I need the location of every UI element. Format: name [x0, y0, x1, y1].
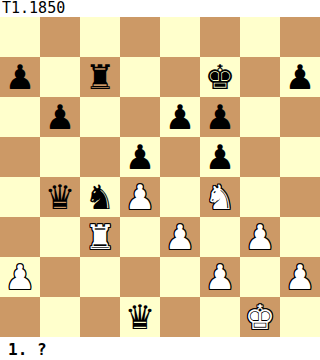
- piece-black-king[interactable]: ♚: [205, 57, 235, 97]
- piece-black-pawn[interactable]: ♟: [125, 137, 155, 177]
- square-f2[interactable]: ♟: [200, 257, 240, 297]
- square-h3[interactable]: [280, 217, 320, 257]
- square-b7[interactable]: [40, 57, 80, 97]
- piece-black-knight[interactable]: ♞: [85, 177, 115, 217]
- square-h1[interactable]: [280, 297, 320, 337]
- piece-white-rook[interactable]: ♜: [85, 217, 115, 257]
- square-b3[interactable]: [40, 217, 80, 257]
- square-d1[interactable]: ♛: [120, 297, 160, 337]
- square-h6[interactable]: [280, 97, 320, 137]
- square-f8[interactable]: [200, 17, 240, 57]
- square-g6[interactable]: [240, 97, 280, 137]
- piece-white-pawn[interactable]: ♟: [285, 257, 315, 297]
- piece-black-pawn[interactable]: ♟: [285, 57, 315, 97]
- square-h7[interactable]: ♟: [280, 57, 320, 97]
- square-g1[interactable]: ♚: [240, 297, 280, 337]
- square-h2[interactable]: ♟: [280, 257, 320, 297]
- square-e8[interactable]: [160, 17, 200, 57]
- square-d4[interactable]: ♟: [120, 177, 160, 217]
- square-d3[interactable]: [120, 217, 160, 257]
- piece-white-pawn[interactable]: ♟: [165, 217, 195, 257]
- piece-black-pawn[interactable]: ♟: [205, 137, 235, 177]
- square-c1[interactable]: [80, 297, 120, 337]
- square-d6[interactable]: [120, 97, 160, 137]
- square-h8[interactable]: [280, 17, 320, 57]
- square-d7[interactable]: [120, 57, 160, 97]
- square-a2[interactable]: ♟: [0, 257, 40, 297]
- square-d8[interactable]: [120, 17, 160, 57]
- square-e5[interactable]: [160, 137, 200, 177]
- chess-board: ♟♜♚♟♟♟♟♟♟♛♞♟♞♜♟♟♟♟♟♛♚: [0, 17, 320, 337]
- square-b1[interactable]: [40, 297, 80, 337]
- square-a3[interactable]: [0, 217, 40, 257]
- square-e1[interactable]: [160, 297, 200, 337]
- square-h4[interactable]: [280, 177, 320, 217]
- piece-black-queen[interactable]: ♛: [45, 177, 75, 217]
- square-a1[interactable]: [0, 297, 40, 337]
- square-g2[interactable]: [240, 257, 280, 297]
- square-h5[interactable]: [280, 137, 320, 177]
- square-f4[interactable]: ♞: [200, 177, 240, 217]
- square-a6[interactable]: [0, 97, 40, 137]
- piece-white-pawn[interactable]: ♟: [5, 257, 35, 297]
- square-f3[interactable]: [200, 217, 240, 257]
- piece-black-pawn[interactable]: ♟: [165, 97, 195, 137]
- square-e4[interactable]: [160, 177, 200, 217]
- square-g8[interactable]: [240, 17, 280, 57]
- piece-black-pawn[interactable]: ♟: [205, 97, 235, 137]
- square-c4[interactable]: ♞: [80, 177, 120, 217]
- square-f1[interactable]: [200, 297, 240, 337]
- square-d5[interactable]: ♟: [120, 137, 160, 177]
- square-e3[interactable]: ♟: [160, 217, 200, 257]
- square-a4[interactable]: [0, 177, 40, 217]
- puzzle-page: T1.1850 ♟♜♚♟♟♟♟♟♟♛♞♟♞♜♟♟♟♟♟♛♚ 1. ?: [0, 0, 320, 360]
- piece-white-knight[interactable]: ♞: [205, 177, 235, 217]
- square-c3[interactable]: ♜: [80, 217, 120, 257]
- square-g3[interactable]: ♟: [240, 217, 280, 257]
- square-b6[interactable]: ♟: [40, 97, 80, 137]
- piece-black-rook[interactable]: ♜: [85, 57, 115, 97]
- square-b5[interactable]: [40, 137, 80, 177]
- square-a5[interactable]: [0, 137, 40, 177]
- piece-white-pawn[interactable]: ♟: [245, 217, 275, 257]
- square-c7[interactable]: ♜: [80, 57, 120, 97]
- square-b8[interactable]: [40, 17, 80, 57]
- square-f6[interactable]: ♟: [200, 97, 240, 137]
- move-prompt-label: 1. ?: [0, 337, 320, 360]
- square-e2[interactable]: [160, 257, 200, 297]
- piece-white-king[interactable]: ♚: [245, 297, 275, 337]
- square-e7[interactable]: [160, 57, 200, 97]
- square-b4[interactable]: ♛: [40, 177, 80, 217]
- piece-white-pawn[interactable]: ♟: [205, 257, 235, 297]
- square-c5[interactable]: [80, 137, 120, 177]
- square-d2[interactable]: [120, 257, 160, 297]
- square-c2[interactable]: [80, 257, 120, 297]
- square-g5[interactable]: [240, 137, 280, 177]
- square-g7[interactable]: [240, 57, 280, 97]
- square-e6[interactable]: ♟: [160, 97, 200, 137]
- piece-black-pawn[interactable]: ♟: [45, 97, 75, 137]
- piece-black-pawn[interactable]: ♟: [5, 57, 35, 97]
- square-a8[interactable]: [0, 17, 40, 57]
- square-f7[interactable]: ♚: [200, 57, 240, 97]
- puzzle-id-label: T1.1850: [0, 0, 320, 17]
- square-c6[interactable]: [80, 97, 120, 137]
- square-g4[interactable]: [240, 177, 280, 217]
- square-c8[interactable]: [80, 17, 120, 57]
- square-a7[interactable]: ♟: [0, 57, 40, 97]
- piece-black-queen[interactable]: ♛: [125, 297, 155, 337]
- square-b2[interactable]: [40, 257, 80, 297]
- square-f5[interactable]: ♟: [200, 137, 240, 177]
- piece-white-pawn[interactable]: ♟: [125, 177, 155, 217]
